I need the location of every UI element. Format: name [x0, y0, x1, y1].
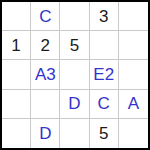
cell-r3c4[interactable]: E2 — [90, 60, 119, 89]
puzzle-board: C 3 1 2 5 A3 E2 D C A D 5 — [0, 0, 150, 150]
cell-r3c1[interactable] — [2, 60, 31, 89]
cell-r4c1[interactable] — [2, 90, 31, 119]
cell-r1c5[interactable] — [119, 2, 148, 31]
cell-r1c2[interactable]: C — [31, 2, 60, 31]
cell-r5c1[interactable] — [2, 119, 31, 148]
cell-r4c3[interactable]: D — [60, 90, 89, 119]
cell-r5c5[interactable] — [119, 119, 148, 148]
cell-r2c3[interactable]: 5 — [60, 31, 89, 60]
cell-r2c4[interactable] — [90, 31, 119, 60]
cell-r1c1[interactable] — [2, 2, 31, 31]
cell-r3c5[interactable] — [119, 60, 148, 89]
cell-r2c1[interactable]: 1 — [2, 31, 31, 60]
cell-r3c3[interactable] — [60, 60, 89, 89]
cell-r2c2[interactable]: 2 — [31, 31, 60, 60]
cell-r5c4[interactable]: 5 — [90, 119, 119, 148]
cell-r4c4[interactable]: C — [90, 90, 119, 119]
cell-r5c2[interactable]: D — [31, 119, 60, 148]
cell-r4c5[interactable]: A — [119, 90, 148, 119]
cell-r1c3[interactable] — [60, 2, 89, 31]
cell-r1c4[interactable]: 3 — [90, 2, 119, 31]
cell-r5c3[interactable] — [60, 119, 89, 148]
cell-r2c5[interactable] — [119, 31, 148, 60]
cell-r4c2[interactable] — [31, 90, 60, 119]
cell-r3c2[interactable]: A3 — [31, 60, 60, 89]
